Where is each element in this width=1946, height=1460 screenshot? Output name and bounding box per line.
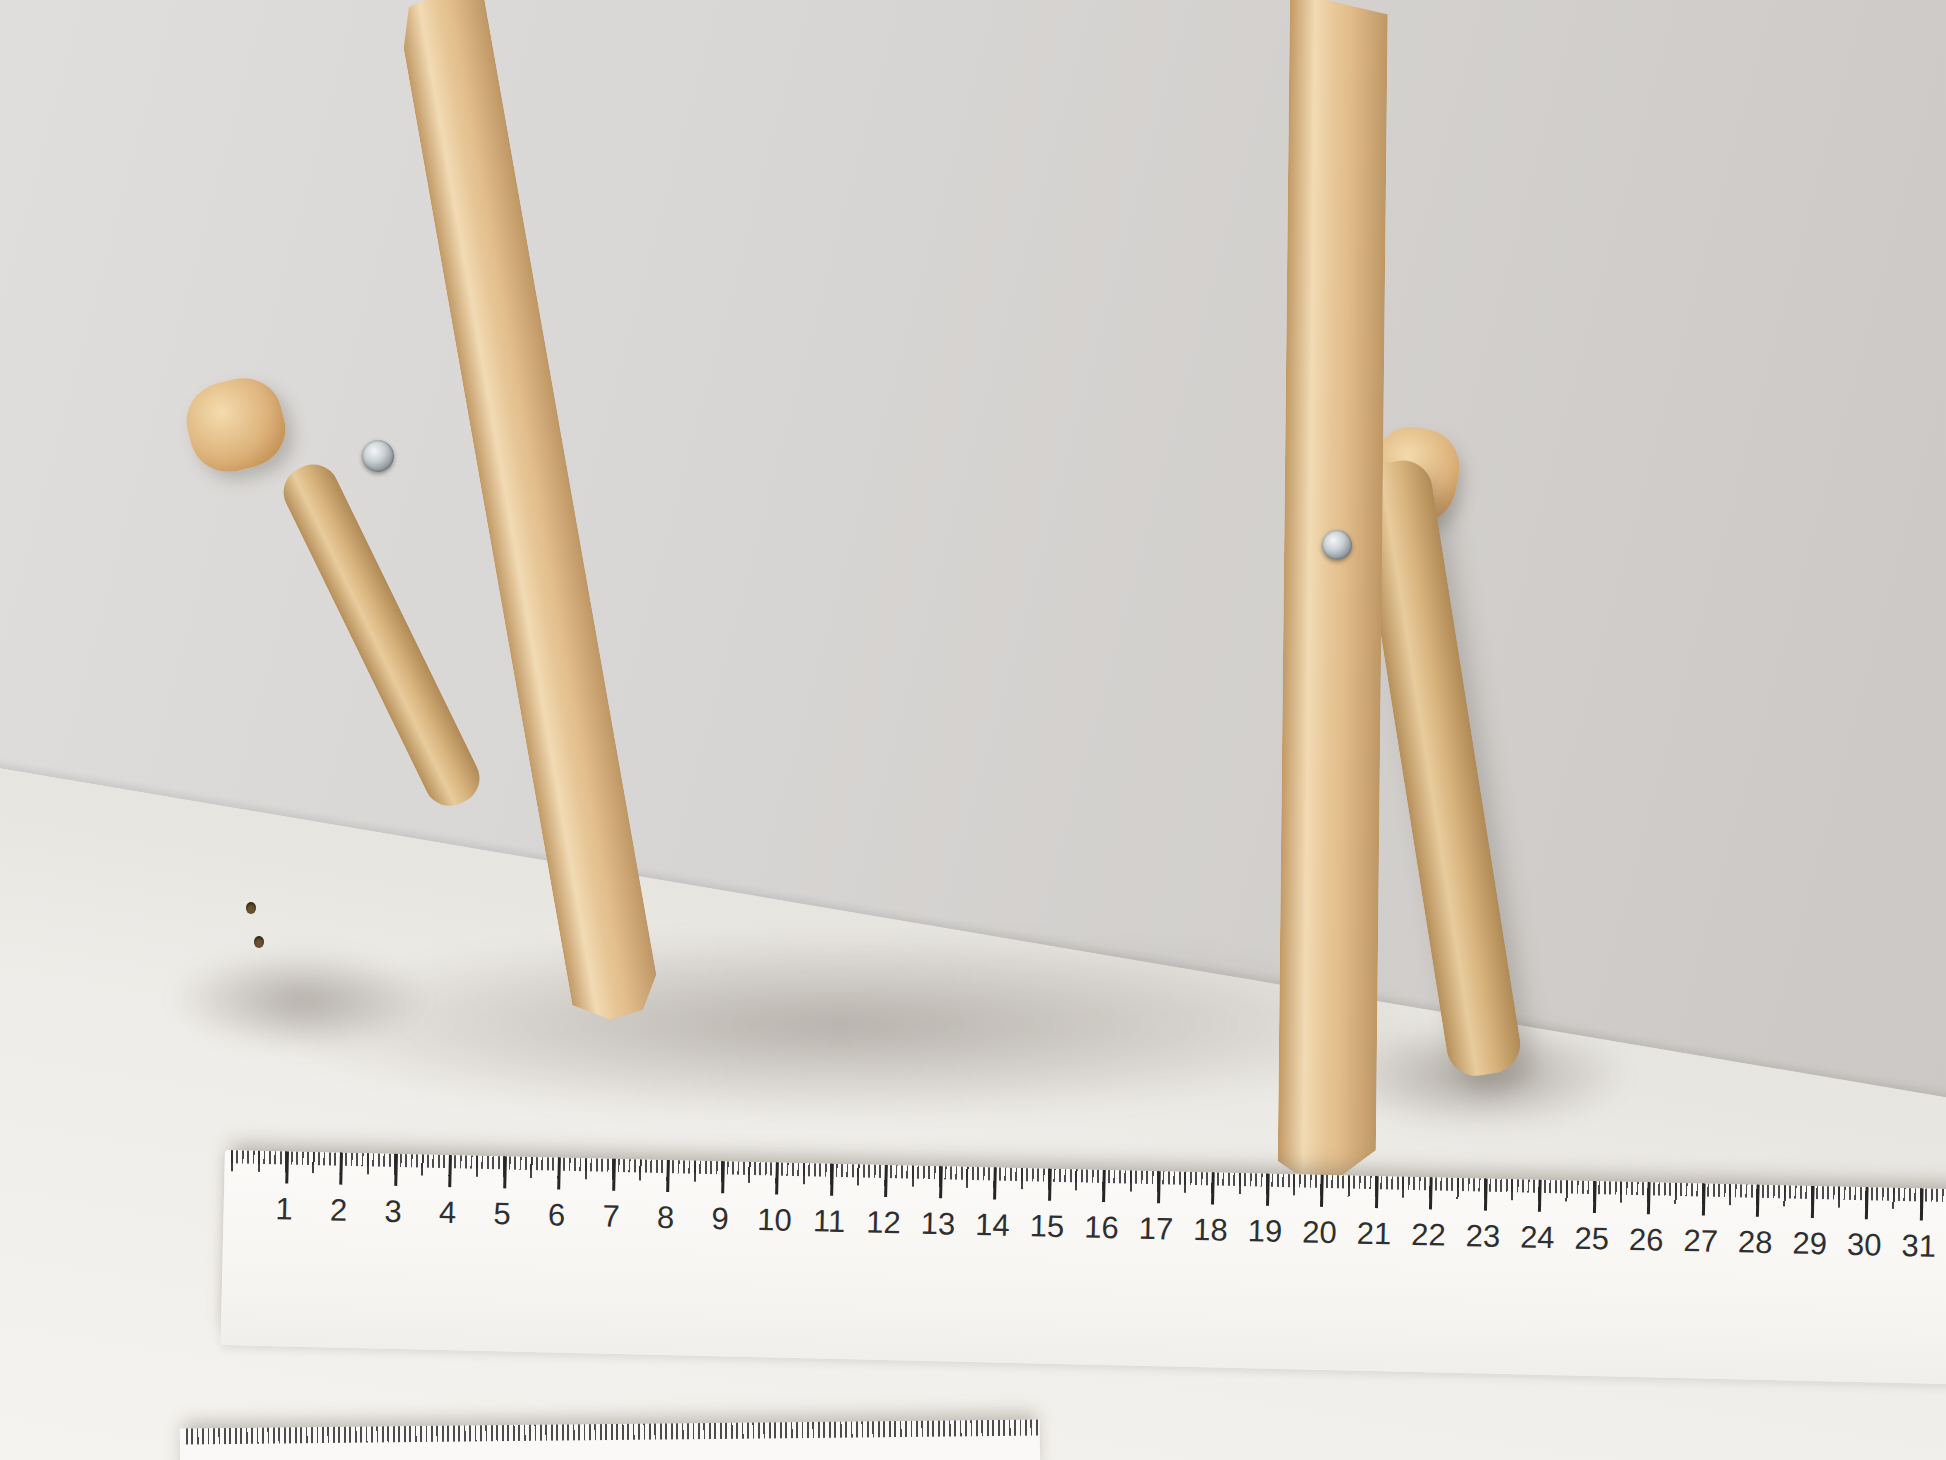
peg-hole — [246, 902, 256, 914]
ruler-cm-tick — [1756, 1185, 1760, 1217]
ruler-number: 8 — [657, 1200, 675, 1236]
ruler-cm-tick — [1048, 1169, 1052, 1201]
ruler-number: 23 — [1465, 1218, 1500, 1255]
ruler-number: 16 — [1084, 1210, 1119, 1247]
ruler-number: 10 — [757, 1202, 792, 1239]
left-back-leg — [275, 456, 488, 815]
ruler-number: 14 — [975, 1207, 1010, 1244]
ruler-number: 28 — [1738, 1224, 1773, 1261]
ruler-number: 12 — [866, 1205, 901, 1242]
left-pivot-knob — [179, 370, 294, 481]
ruler-number: 15 — [1029, 1208, 1064, 1245]
ruler-cm-tick — [1538, 1180, 1542, 1212]
ruler-number: 22 — [1411, 1217, 1446, 1254]
ruler-number: 26 — [1629, 1222, 1664, 1259]
ruler-number: 11 — [813, 1203, 846, 1240]
ruler-cm-tick — [775, 1163, 779, 1195]
ruler-number: 30 — [1847, 1227, 1882, 1264]
ruler-cm-tick — [1266, 1174, 1270, 1206]
ruler-cm-tick — [339, 1153, 343, 1185]
ruler-number: 9 — [711, 1201, 729, 1237]
ruler-cm-tick — [612, 1159, 616, 1191]
ruler-cm-tick — [666, 1160, 670, 1192]
ruler-cm-tick — [285, 1151, 289, 1183]
ruler: 1234567891011121314151617181920212223242… — [221, 1150, 1946, 1385]
ruler-cm-tick — [1429, 1177, 1433, 1209]
ruler-cm-tick — [1647, 1182, 1651, 1214]
ruler-number: 4 — [439, 1195, 457, 1231]
ruler-cm-tick — [1865, 1187, 1869, 1219]
ruler-number: 19 — [1247, 1213, 1282, 1250]
ruler-number: 1 — [275, 1191, 293, 1227]
ruler-cm-tick — [1374, 1176, 1378, 1208]
ruler-number: 17 — [1138, 1211, 1173, 1248]
right-pivot-screw — [1322, 530, 1352, 560]
ruler-cm-tick — [1810, 1186, 1814, 1218]
ruler-number: 20 — [1302, 1214, 1337, 1251]
ruler-number: 27 — [1683, 1223, 1718, 1260]
scene: 1234567891011121314151617181920212223242… — [0, 0, 1946, 1460]
ruler-cm-tick — [939, 1166, 943, 1198]
ruler-number: 18 — [1193, 1212, 1228, 1249]
ruler-number: 2 — [330, 1192, 348, 1228]
ruler-number: 3 — [384, 1194, 402, 1230]
ruler-cm-tick — [721, 1161, 725, 1193]
ruler-number: 13 — [920, 1206, 955, 1243]
ruler-number: 6 — [548, 1197, 566, 1233]
ruler-cm-tick — [503, 1156, 507, 1188]
ruler-cm-tick — [1592, 1181, 1596, 1213]
ruler-number: 7 — [602, 1199, 620, 1235]
ruler-cm-tick — [1919, 1188, 1923, 1220]
ruler-number: 25 — [1574, 1221, 1609, 1258]
left-frame-bar — [394, 0, 663, 1026]
ruler-cm-tick — [1102, 1170, 1106, 1202]
ruler-cm-tick — [394, 1154, 398, 1186]
ruler-cm-tick — [1483, 1179, 1487, 1211]
ruler-cm-tick — [1701, 1184, 1705, 1216]
ruler-cm-tick — [1211, 1172, 1215, 1204]
ruler-cm-tick — [884, 1165, 888, 1197]
ruler-number: 5 — [493, 1196, 511, 1232]
ruler-number: 29 — [1792, 1226, 1827, 1263]
ruler-cm-tick — [993, 1167, 997, 1199]
ruler-number: 31 — [1901, 1228, 1936, 1265]
ruler-number: 21 — [1356, 1216, 1391, 1253]
right-frame-bar — [1278, 0, 1388, 1178]
ruler-cm-tick — [448, 1155, 452, 1187]
ruler-cm-tick — [1157, 1171, 1161, 1203]
ruler-cm-tick — [830, 1164, 834, 1196]
ruler-cm-tick — [557, 1158, 561, 1190]
peg-hole — [254, 936, 264, 948]
ruler-cm-tick — [1320, 1175, 1324, 1207]
ruler-number: 24 — [1520, 1219, 1555, 1256]
left-pivot-screw — [362, 440, 394, 472]
